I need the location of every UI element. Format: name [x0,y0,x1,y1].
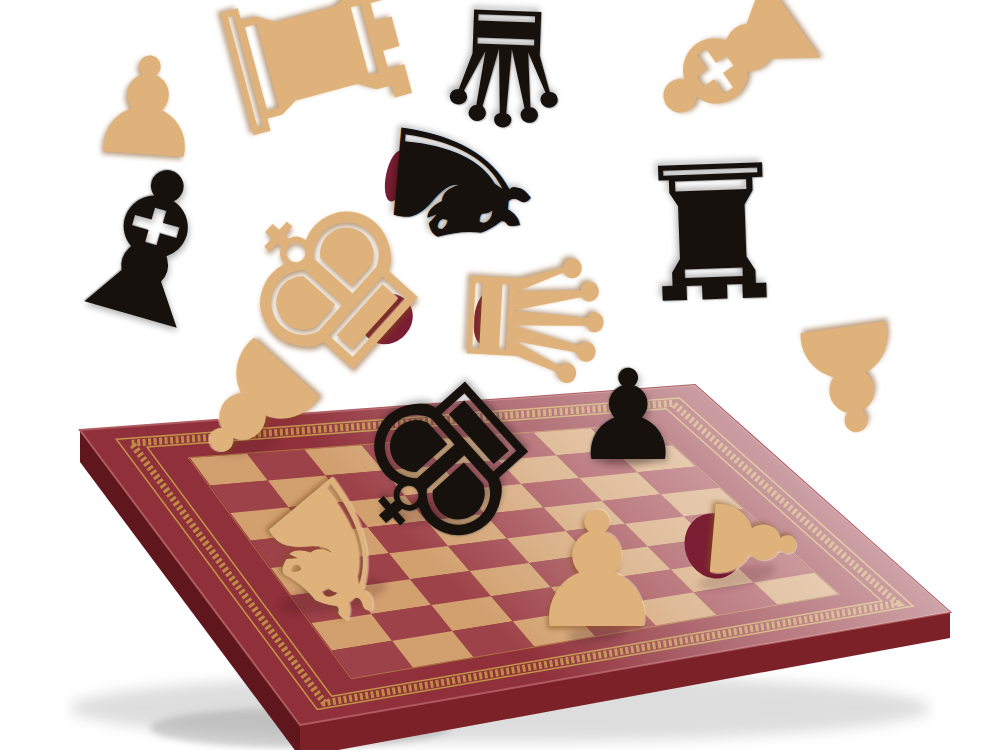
white-pawn-toppled[interactable]: ♟ [690,485,814,598]
pieces-layer: ♜♛♝♟♝♞♜♚♛♟♟♚♟♞♟♟ [0,0,1000,750]
white-pawn-standing[interactable]: ♟ [525,491,668,651]
scene: ♜♛♝♟♝♞♜♚♛♟♟♚♟♞♟♟ [0,0,1000,750]
white-pawn-airborne-2[interactable]: ♟ [776,296,925,458]
black-pawn-standing[interactable]: ♟ [572,353,684,478]
black-rook-airborne[interactable]: ♜ [626,132,798,323]
